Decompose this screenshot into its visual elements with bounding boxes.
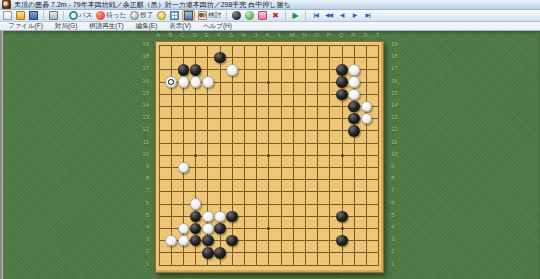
eraser-icon: [258, 11, 267, 20]
stone-white-C9: [178, 162, 190, 174]
menu-item-3[interactable]: 編集(E): [131, 22, 163, 31]
play-icon: ▶: [291, 11, 300, 20]
title-bar: 天頂の囲碁 7.2m - 79年本因坊戦／余正麒（黒）対一力遼本因坊／298手完…: [0, 0, 540, 10]
greenstone-icon: [245, 11, 254, 20]
page-icon: [3, 11, 12, 20]
nav-icon: ◀◀: [324, 11, 333, 20]
coord-label-left-10: 10: [138, 151, 149, 158]
redball-icon: [96, 11, 105, 20]
star-point: [194, 154, 197, 157]
coord-label-top-E: E: [203, 32, 211, 39]
coord-label-right-16: 16: [391, 78, 402, 85]
bluesq-icon: [184, 11, 193, 20]
territory-button[interactable]: [169, 10, 180, 21]
toolbar-button-label: パス: [79, 11, 92, 20]
stone-black-R14: [348, 101, 360, 113]
grid-line: [159, 252, 379, 253]
coord-label-right-8: 8: [391, 175, 402, 182]
people-icon: [198, 11, 207, 20]
floppy-icon: [29, 11, 38, 20]
menu-item-1[interactable]: 対局(G): [50, 22, 82, 31]
coord-label-right-10: 10: [391, 151, 402, 158]
prev-move-button[interactable]: ◀: [336, 10, 347, 21]
hint-button[interactable]: [156, 10, 167, 21]
coord-label-left-13: 13: [138, 114, 149, 121]
stone-black-C17: [178, 64, 190, 76]
stone-black-F2: [214, 247, 226, 259]
print-button[interactable]: [48, 10, 59, 21]
stone-white-D6: [190, 198, 202, 210]
toolbar-button-label: 待った: [106, 11, 126, 20]
star-point: [267, 227, 270, 230]
coord-label-top-N: N: [300, 32, 308, 39]
menu-bar: ファイル(F)対局(G)棋譜再生(T)編集(E)表示(V)ヘルプ(H): [0, 22, 540, 31]
nav-icon: |◀: [311, 11, 320, 20]
coord-label-right-15: 15: [391, 90, 402, 97]
grid-line: [317, 46, 318, 266]
toolbar-separator: [43, 11, 44, 20]
grid-line: [159, 191, 379, 192]
coord-label-left-12: 12: [138, 126, 149, 133]
stone-black-D3: [190, 235, 202, 247]
coord-label-right-18: 18: [391, 53, 402, 60]
open-file-button[interactable]: [15, 10, 26, 21]
coord-label-top-M: M: [288, 32, 296, 39]
toolbar-button-label: 投了: [140, 11, 153, 20]
coord-label-top-R: R: [349, 32, 357, 39]
bulb-icon: [157, 11, 166, 20]
grid-icon: [170, 11, 179, 20]
printer-icon: [49, 11, 58, 20]
nav-icon: ◀: [337, 11, 346, 20]
stone-white-C16: [178, 76, 190, 88]
menu-item-2[interactable]: 棋譜再生(T): [84, 22, 128, 31]
black-stone-button[interactable]: [231, 10, 242, 21]
stone-white-R15: [348, 89, 360, 101]
goban[interactable]: [155, 41, 384, 273]
grid-line: [366, 46, 367, 266]
coord-label-right-11: 11: [391, 139, 402, 146]
menu-item-0[interactable]: ファイル(F): [3, 22, 48, 31]
coord-label-left-5: 5: [138, 212, 149, 219]
coord-label-left-4: 4: [138, 224, 149, 231]
toolbar-button-label: 検討: [208, 11, 221, 20]
grid-line: [159, 179, 379, 180]
coord-label-left-19: 19: [138, 41, 149, 48]
stone-black-G3: [226, 235, 238, 247]
toolbar: パス待った投了検討✖▶|◀◀◀◀▶▶|: [0, 10, 540, 22]
stone-black-R12: [348, 125, 360, 137]
coord-label-right-6: 6: [391, 200, 402, 207]
pass-button[interactable]: パス: [68, 10, 93, 21]
stone-white-R17: [348, 64, 360, 76]
stone-white-C4: [178, 223, 190, 235]
coord-label-right-19: 19: [391, 41, 402, 48]
star-point: [341, 154, 344, 157]
white-stone-button[interactable]: [244, 10, 255, 21]
coord-label-right-5: 5: [391, 212, 402, 219]
coord-label-top-Q: Q: [337, 32, 345, 39]
grid-line: [293, 46, 294, 266]
stone-black-F18: [214, 52, 226, 64]
menu-item-4[interactable]: 表示(V): [164, 22, 196, 31]
stone-white-E5: [202, 211, 214, 223]
star-point: [267, 81, 270, 84]
stone-white-E16: [202, 76, 214, 88]
stone-white-G17: [226, 64, 238, 76]
grid-line: [159, 167, 379, 168]
review-button[interactable]: 検討: [197, 10, 222, 21]
window-title: 天頂の囲碁 7.2m - 79年本因坊戦／余正麒（黒）対一力遼本因坊／298手完…: [14, 0, 291, 9]
grid-line: [281, 46, 282, 266]
coord-label-left-6: 6: [138, 200, 149, 207]
toolbar-separator: [226, 11, 227, 20]
new-file-button[interactable]: [2, 10, 13, 21]
coord-label-left-16: 16: [138, 78, 149, 85]
stone-black-D4: [190, 223, 202, 235]
coord-label-left-7: 7: [138, 187, 149, 194]
coord-label-left-1: 1: [138, 261, 149, 268]
stone-white-R16: [348, 76, 360, 88]
next-move-button[interactable]: ▶: [349, 10, 360, 21]
coord-label-top-C: C: [178, 32, 186, 39]
nav-icon: ▶|: [363, 11, 372, 20]
mode-toggle-button[interactable]: [182, 10, 195, 21]
save-file-button[interactable]: [28, 10, 39, 21]
fast-prev-button[interactable]: ◀◀: [323, 10, 334, 21]
coord-label-top-L: L: [276, 32, 284, 39]
stone-white-B3: [165, 235, 177, 247]
coord-label-top-K: K: [264, 32, 272, 39]
coord-label-left-15: 15: [138, 90, 149, 97]
coord-label-top-P: P: [325, 32, 333, 39]
delete-button[interactable]: ✖: [270, 10, 281, 21]
undo-button[interactable]: 待った: [95, 10, 127, 21]
coord-label-top-D: D: [191, 32, 199, 39]
coord-label-left-14: 14: [138, 102, 149, 109]
stone-black-E2: [202, 247, 214, 259]
redx-icon: ✖: [271, 11, 280, 20]
stone-black-R13: [348, 113, 360, 125]
stone-black-Q5: [336, 211, 348, 223]
toolbar-separator: [285, 11, 286, 20]
coord-label-left-3: 3: [138, 236, 149, 243]
stone-white-S14: [361, 101, 373, 113]
coord-label-right-17: 17: [391, 65, 402, 72]
coord-label-top-F: F: [215, 32, 223, 39]
stone-black-E3: [202, 235, 214, 247]
eraser-button[interactable]: [257, 10, 268, 21]
stone-black-Q16: [336, 76, 348, 88]
coord-label-right-12: 12: [391, 126, 402, 133]
grid-line: [305, 46, 306, 266]
stone-white-F5: [214, 211, 226, 223]
stone-white-D16: [190, 76, 202, 88]
coord-label-top-A: A: [154, 32, 162, 39]
grid-line: [329, 46, 330, 266]
grid-line: [378, 46, 379, 266]
first-move-button[interactable]: |◀: [310, 10, 321, 21]
stone-white-B16: [165, 76, 177, 88]
coord-label-left-9: 9: [138, 163, 149, 170]
stone-white-E4: [202, 223, 214, 235]
coord-label-top-T: T: [374, 32, 382, 39]
grayflag-icon: [130, 11, 139, 20]
app-icon: [2, 0, 11, 9]
star-point: [267, 154, 270, 157]
stone-white-C3: [178, 235, 190, 247]
coord-label-top-G: G: [227, 32, 235, 39]
stone-black-Q17: [336, 64, 348, 76]
window-border-left: [0, 31, 3, 279]
coord-label-left-17: 17: [138, 65, 149, 72]
stone-black-D5: [190, 211, 202, 223]
star-point: [341, 227, 344, 230]
coord-label-right-7: 7: [391, 187, 402, 194]
resign-button[interactable]: 投了: [129, 10, 154, 21]
coord-label-right-14: 14: [391, 102, 402, 109]
coord-label-left-2: 2: [138, 248, 149, 255]
coord-label-top-J: J: [252, 32, 260, 39]
stone-black-Q15: [336, 89, 348, 101]
coord-label-right-3: 3: [391, 236, 402, 243]
coord-label-left-18: 18: [138, 53, 149, 60]
menu-item-5[interactable]: ヘルプ(H): [198, 22, 237, 31]
coord-label-right-1: 1: [391, 261, 402, 268]
folder-icon: [16, 11, 25, 20]
coord-label-top-O: O: [313, 32, 321, 39]
coord-label-right-4: 4: [391, 224, 402, 231]
coord-label-right-2: 2: [391, 248, 402, 255]
stone-black-F4: [214, 223, 226, 235]
coord-label-top-S: S: [361, 32, 369, 39]
play-button[interactable]: ▶: [290, 10, 301, 21]
coord-label-top-B: B: [166, 32, 174, 39]
nav-icon: ▶: [350, 11, 359, 20]
client-area: ABCDEFGHJKLMNOPQRST191918181717161615151…: [0, 31, 540, 279]
toolbar-separator: [305, 11, 306, 20]
blackstone-icon: [232, 11, 241, 20]
stone-white-S13: [361, 113, 373, 125]
ring-icon: [69, 11, 78, 20]
last-move-button[interactable]: ▶|: [362, 10, 373, 21]
coord-label-left-11: 11: [138, 139, 149, 146]
stone-black-G5: [226, 211, 238, 223]
stone-black-Q3: [336, 235, 348, 247]
toolbar-separator: [63, 11, 64, 20]
stone-black-D17: [190, 64, 202, 76]
coord-label-right-13: 13: [391, 114, 402, 121]
coord-label-top-H: H: [239, 32, 247, 39]
coord-label-left-8: 8: [138, 175, 149, 182]
coord-label-right-9: 9: [391, 163, 402, 170]
grid-line: [159, 265, 379, 266]
